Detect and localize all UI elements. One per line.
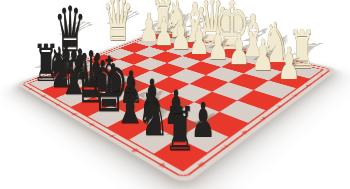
piece-black-queen-extra-black-queen: ♛	[54, 0, 87, 62]
piece-shadow: ♝	[231, 26, 283, 43]
piece-shadow: ♜	[282, 41, 330, 57]
chess-set-photo: aa11bb22cc33dd44ee55ff66gg77hh88 ♜♜♞♞♟♟♛…	[0, 0, 350, 189]
piece-shadow: ♜	[145, 11, 187, 25]
piece-shadow: ♛	[94, 8, 149, 26]
piece-shadow: ♝	[174, 14, 224, 30]
piece-shadow: ♚	[206, 15, 268, 35]
chessboard: aa11bb22cc33dd44ee55ff66gg77hh88	[16, 29, 338, 185]
piece-shadow: ♞	[159, 12, 205, 27]
piece-shadow: ♛	[47, 20, 104, 39]
piece-shadow: ♞	[255, 33, 305, 50]
piece-shadow: ♛	[188, 13, 246, 32]
